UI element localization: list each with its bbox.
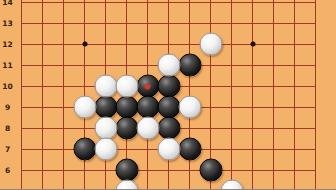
grid-line-vertical	[315, 0, 316, 189]
white-stone[interactable]	[220, 180, 243, 190]
row-label: 6	[0, 166, 15, 175]
black-stone[interactable]	[157, 75, 180, 98]
grid-line-horizontal	[21, 170, 316, 171]
white-stone[interactable]	[157, 138, 180, 161]
grid-line-vertical	[63, 0, 64, 189]
row-label: 7	[0, 145, 15, 154]
go-board[interactable]: 14131211109876	[0, 0, 336, 189]
white-stone[interactable]	[157, 54, 180, 77]
row-label: 8	[0, 124, 15, 133]
black-stone[interactable]	[94, 96, 117, 119]
black-stone[interactable]	[115, 117, 138, 140]
grid-line-vertical	[84, 0, 85, 189]
star-point	[250, 42, 255, 47]
black-stone[interactable]	[115, 159, 138, 182]
row-label: 9	[0, 103, 15, 112]
row-label: 13	[0, 19, 15, 28]
white-stone[interactable]	[94, 117, 117, 140]
black-stone[interactable]	[115, 96, 138, 119]
grid-line-horizontal	[21, 44, 316, 45]
last-move-marker	[145, 83, 151, 89]
grid-line-vertical	[294, 0, 295, 189]
black-stone[interactable]	[73, 138, 96, 161]
row-label: 12	[0, 40, 15, 49]
white-stone[interactable]	[115, 180, 138, 190]
black-stone[interactable]	[136, 75, 159, 98]
white-stone[interactable]	[136, 117, 159, 140]
grid-line-vertical	[189, 0, 190, 189]
row-label: 14	[0, 0, 15, 7]
grid-line-horizontal	[21, 23, 316, 24]
white-stone[interactable]	[94, 138, 117, 161]
grid-line-vertical	[21, 0, 22, 189]
black-stone[interactable]	[157, 96, 180, 119]
black-stone[interactable]	[178, 138, 201, 161]
black-stone[interactable]	[178, 54, 201, 77]
white-stone[interactable]	[178, 96, 201, 119]
star-point	[82, 42, 87, 47]
grid-line-vertical	[252, 0, 253, 189]
grid-line-vertical	[273, 0, 274, 189]
black-stone[interactable]	[136, 96, 159, 119]
row-label: 11	[0, 61, 15, 70]
black-stone[interactable]	[199, 159, 222, 182]
row-label: 10	[0, 82, 15, 91]
white-stone[interactable]	[94, 75, 117, 98]
grid-line-vertical	[42, 0, 43, 189]
black-stone[interactable]	[157, 117, 180, 140]
white-stone[interactable]	[73, 96, 96, 119]
grid-line-horizontal	[21, 2, 316, 3]
white-stone[interactable]	[115, 75, 138, 98]
grid-line-vertical	[231, 0, 232, 189]
white-stone[interactable]	[199, 33, 222, 56]
